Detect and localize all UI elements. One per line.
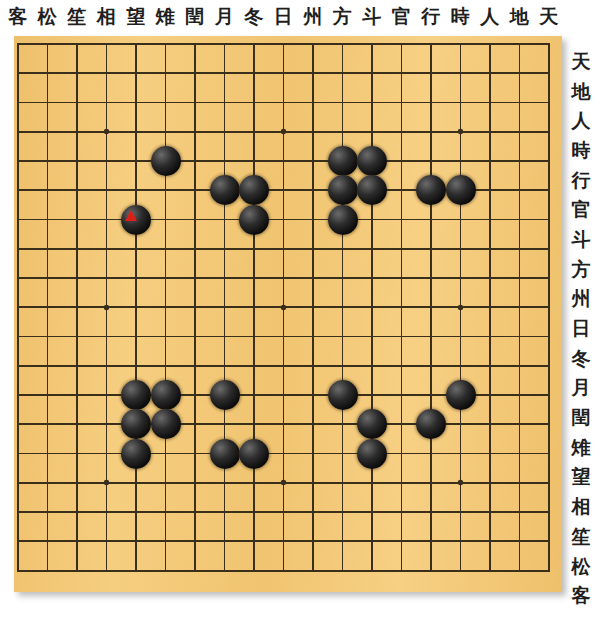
point-19-12[interactable] — [534, 351, 562, 380]
point-17-13[interactable] — [475, 380, 505, 409]
point-13-1[interactable] — [357, 36, 387, 59]
point-12-17[interactable] — [328, 497, 358, 526]
point-10-8[interactable] — [269, 234, 299, 263]
point-17-11[interactable] — [475, 322, 505, 351]
point-19-18[interactable] — [534, 527, 562, 556]
point-9-12[interactable] — [239, 351, 269, 380]
point-7-8[interactable] — [180, 234, 210, 263]
point-19-2[interactable] — [534, 59, 562, 88]
point-7-3[interactable] — [180, 88, 210, 117]
point-2-6[interactable] — [33, 176, 63, 205]
point-12-5[interactable] — [328, 146, 358, 175]
black-stone[interactable] — [416, 409, 446, 439]
point-18-9[interactable] — [505, 263, 535, 292]
point-9-10[interactable] — [239, 293, 269, 322]
point-8-18[interactable] — [210, 527, 240, 556]
point-4-3[interactable] — [92, 88, 122, 117]
black-stone[interactable] — [357, 409, 387, 439]
point-5-4[interactable] — [121, 117, 151, 146]
point-12-7[interactable] — [328, 205, 358, 234]
point-13-4[interactable] — [357, 117, 387, 146]
black-stone[interactable] — [151, 380, 181, 410]
point-18-17[interactable] — [505, 497, 535, 526]
point-16-6[interactable] — [446, 176, 476, 205]
point-14-6[interactable] — [387, 176, 417, 205]
point-17-16[interactable] — [475, 468, 505, 497]
point-5-19[interactable] — [121, 556, 151, 585]
point-19-19[interactable] — [534, 556, 562, 585]
point-15-14[interactable] — [416, 410, 446, 439]
point-16-4[interactable] — [446, 117, 476, 146]
point-7-5[interactable] — [180, 146, 210, 175]
point-2-5[interactable] — [33, 146, 63, 175]
point-15-5[interactable] — [416, 146, 446, 175]
point-2-12[interactable] — [33, 351, 63, 380]
point-1-2[interactable] — [14, 59, 33, 88]
point-9-16[interactable] — [239, 468, 269, 497]
point-7-17[interactable] — [180, 497, 210, 526]
point-14-17[interactable] — [387, 497, 417, 526]
point-8-2[interactable] — [210, 59, 240, 88]
point-16-13[interactable] — [446, 380, 476, 409]
point-4-12[interactable] — [92, 351, 122, 380]
black-stone[interactable] — [121, 439, 151, 469]
point-3-13[interactable] — [62, 380, 92, 409]
point-17-1[interactable] — [475, 36, 505, 59]
point-10-4[interactable] — [269, 117, 299, 146]
black-stone[interactable] — [328, 146, 358, 176]
point-12-15[interactable] — [328, 439, 358, 468]
point-19-9[interactable] — [534, 263, 562, 292]
point-7-12[interactable] — [180, 351, 210, 380]
point-9-2[interactable] — [239, 59, 269, 88]
point-18-5[interactable] — [505, 146, 535, 175]
point-12-4[interactable] — [328, 117, 358, 146]
point-15-15[interactable] — [416, 439, 446, 468]
point-16-19[interactable] — [446, 556, 476, 585]
point-18-2[interactable] — [505, 59, 535, 88]
point-13-2[interactable] — [357, 59, 387, 88]
point-4-5[interactable] — [92, 146, 122, 175]
point-5-6[interactable] — [121, 176, 151, 205]
point-1-5[interactable] — [14, 146, 33, 175]
point-10-17[interactable] — [269, 497, 299, 526]
point-8-10[interactable] — [210, 293, 240, 322]
point-8-3[interactable] — [210, 88, 240, 117]
point-17-19[interactable] — [475, 556, 505, 585]
point-9-5[interactable] — [239, 146, 269, 175]
point-9-1[interactable] — [239, 36, 269, 59]
point-9-15[interactable] — [239, 439, 269, 468]
point-6-18[interactable] — [151, 527, 181, 556]
point-5-5[interactable] — [121, 146, 151, 175]
point-12-6[interactable] — [328, 176, 358, 205]
black-stone[interactable] — [328, 380, 358, 410]
point-5-13[interactable] — [121, 380, 151, 409]
point-8-15[interactable] — [210, 439, 240, 468]
point-3-12[interactable] — [62, 351, 92, 380]
point-19-8[interactable] — [534, 234, 562, 263]
point-3-2[interactable] — [62, 59, 92, 88]
point-4-19[interactable] — [92, 556, 122, 585]
point-15-10[interactable] — [416, 293, 446, 322]
point-1-3[interactable] — [14, 88, 33, 117]
point-18-3[interactable] — [505, 88, 535, 117]
point-19-10[interactable] — [534, 293, 562, 322]
point-11-13[interactable] — [298, 380, 328, 409]
point-11-12[interactable] — [298, 351, 328, 380]
point-10-2[interactable] — [269, 59, 299, 88]
point-1-8[interactable] — [14, 234, 33, 263]
point-9-6[interactable] — [239, 176, 269, 205]
point-15-11[interactable] — [416, 322, 446, 351]
point-3-1[interactable] — [62, 36, 92, 59]
point-5-15[interactable] — [121, 439, 151, 468]
point-16-12[interactable] — [446, 351, 476, 380]
point-18-19[interactable] — [505, 556, 535, 585]
point-14-13[interactable] — [387, 380, 417, 409]
point-16-16[interactable] — [446, 468, 476, 497]
point-18-7[interactable] — [505, 205, 535, 234]
point-19-16[interactable] — [534, 468, 562, 497]
point-4-6[interactable] — [92, 176, 122, 205]
point-12-3[interactable] — [328, 88, 358, 117]
point-2-14[interactable] — [33, 410, 63, 439]
point-1-15[interactable] — [14, 439, 33, 468]
point-15-12[interactable] — [416, 351, 446, 380]
point-4-8[interactable] — [92, 234, 122, 263]
point-1-18[interactable] — [14, 527, 33, 556]
point-3-18[interactable] — [62, 527, 92, 556]
point-2-8[interactable] — [33, 234, 63, 263]
point-3-14[interactable] — [62, 410, 92, 439]
point-6-17[interactable] — [151, 497, 181, 526]
point-13-6[interactable] — [357, 176, 387, 205]
point-8-13[interactable] — [210, 380, 240, 409]
point-6-2[interactable] — [151, 59, 181, 88]
point-1-12[interactable] — [14, 351, 33, 380]
point-13-10[interactable] — [357, 293, 387, 322]
point-4-9[interactable] — [92, 263, 122, 292]
point-17-4[interactable] — [475, 117, 505, 146]
point-17-6[interactable] — [475, 176, 505, 205]
point-6-19[interactable] — [151, 556, 181, 585]
point-1-7[interactable] — [14, 205, 33, 234]
point-6-10[interactable] — [151, 293, 181, 322]
point-16-3[interactable] — [446, 88, 476, 117]
point-16-14[interactable] — [446, 410, 476, 439]
point-8-16[interactable] — [210, 468, 240, 497]
point-11-10[interactable] — [298, 293, 328, 322]
point-2-16[interactable] — [33, 468, 63, 497]
point-1-13[interactable] — [14, 380, 33, 409]
point-11-9[interactable] — [298, 263, 328, 292]
point-11-8[interactable] — [298, 234, 328, 263]
point-3-5[interactable] — [62, 146, 92, 175]
black-stone[interactable] — [121, 380, 151, 410]
point-9-4[interactable] — [239, 117, 269, 146]
black-stone[interactable] — [446, 380, 476, 410]
point-19-13[interactable] — [534, 380, 562, 409]
point-4-14[interactable] — [92, 410, 122, 439]
point-18-6[interactable] — [505, 176, 535, 205]
point-17-5[interactable] — [475, 146, 505, 175]
point-14-19[interactable] — [387, 556, 417, 585]
point-8-17[interactable] — [210, 497, 240, 526]
point-12-10[interactable] — [328, 293, 358, 322]
point-4-15[interactable] — [92, 439, 122, 468]
point-7-6[interactable] — [180, 176, 210, 205]
point-12-1[interactable] — [328, 36, 358, 59]
point-7-10[interactable] — [180, 293, 210, 322]
point-15-1[interactable] — [416, 36, 446, 59]
point-2-17[interactable] — [33, 497, 63, 526]
point-2-2[interactable] — [33, 59, 63, 88]
point-7-15[interactable] — [180, 439, 210, 468]
point-8-5[interactable] — [210, 146, 240, 175]
point-4-7[interactable] — [92, 205, 122, 234]
point-12-19[interactable] — [328, 556, 358, 585]
point-18-8[interactable] — [505, 234, 535, 263]
point-2-11[interactable] — [33, 322, 63, 351]
black-stone[interactable] — [416, 175, 446, 205]
point-1-10[interactable] — [14, 293, 33, 322]
point-17-18[interactable] — [475, 527, 505, 556]
point-4-18[interactable] — [92, 527, 122, 556]
point-8-6[interactable] — [210, 176, 240, 205]
point-12-9[interactable] — [328, 263, 358, 292]
point-6-12[interactable] — [151, 351, 181, 380]
point-11-6[interactable] — [298, 176, 328, 205]
point-12-18[interactable] — [328, 527, 358, 556]
point-19-17[interactable] — [534, 497, 562, 526]
point-15-6[interactable] — [416, 176, 446, 205]
point-13-18[interactable] — [357, 527, 387, 556]
point-18-12[interactable] — [505, 351, 535, 380]
point-11-19[interactable] — [298, 556, 328, 585]
point-16-7[interactable] — [446, 205, 476, 234]
point-6-4[interactable] — [151, 117, 181, 146]
point-8-9[interactable] — [210, 263, 240, 292]
point-8-14[interactable] — [210, 410, 240, 439]
point-16-15[interactable] — [446, 439, 476, 468]
point-18-11[interactable] — [505, 322, 535, 351]
point-11-11[interactable] — [298, 322, 328, 351]
point-6-11[interactable] — [151, 322, 181, 351]
point-10-12[interactable] — [269, 351, 299, 380]
point-6-8[interactable] — [151, 234, 181, 263]
point-11-17[interactable] — [298, 497, 328, 526]
point-2-19[interactable] — [33, 556, 63, 585]
point-13-13[interactable] — [357, 380, 387, 409]
point-14-7[interactable] — [387, 205, 417, 234]
point-13-17[interactable] — [357, 497, 387, 526]
black-stone[interactable] — [328, 175, 358, 205]
point-2-13[interactable] — [33, 380, 63, 409]
point-5-16[interactable] — [121, 468, 151, 497]
point-2-10[interactable] — [33, 293, 63, 322]
point-14-1[interactable] — [387, 36, 417, 59]
point-13-7[interactable] — [357, 205, 387, 234]
point-5-14[interactable] — [121, 410, 151, 439]
point-6-15[interactable] — [151, 439, 181, 468]
point-14-8[interactable] — [387, 234, 417, 263]
point-17-7[interactable] — [475, 205, 505, 234]
black-stone[interactable] — [328, 205, 358, 235]
point-6-9[interactable] — [151, 263, 181, 292]
point-8-4[interactable] — [210, 117, 240, 146]
point-7-11[interactable] — [180, 322, 210, 351]
point-1-16[interactable] — [14, 468, 33, 497]
point-5-18[interactable] — [121, 527, 151, 556]
point-12-11[interactable] — [328, 322, 358, 351]
point-19-11[interactable] — [534, 322, 562, 351]
point-16-8[interactable] — [446, 234, 476, 263]
point-18-16[interactable] — [505, 468, 535, 497]
point-6-13[interactable] — [151, 380, 181, 409]
point-11-3[interactable] — [298, 88, 328, 117]
black-stone[interactable] — [210, 439, 240, 469]
point-16-10[interactable] — [446, 293, 476, 322]
point-15-19[interactable] — [416, 556, 446, 585]
point-16-11[interactable] — [446, 322, 476, 351]
point-5-3[interactable] — [121, 88, 151, 117]
point-11-2[interactable] — [298, 59, 328, 88]
point-10-10[interactable] — [269, 293, 299, 322]
black-stone[interactable] — [121, 409, 151, 439]
point-8-19[interactable] — [210, 556, 240, 585]
point-17-12[interactable] — [475, 351, 505, 380]
point-3-9[interactable] — [62, 263, 92, 292]
point-13-3[interactable] — [357, 88, 387, 117]
point-19-3[interactable] — [534, 88, 562, 117]
point-9-3[interactable] — [239, 88, 269, 117]
black-stone[interactable] — [357, 175, 387, 205]
black-stone[interactable] — [446, 175, 476, 205]
point-13-12[interactable] — [357, 351, 387, 380]
point-9-13[interactable] — [239, 380, 269, 409]
point-11-14[interactable] — [298, 410, 328, 439]
point-5-9[interactable] — [121, 263, 151, 292]
point-12-16[interactable] — [328, 468, 358, 497]
point-15-9[interactable] — [416, 263, 446, 292]
black-stone[interactable] — [121, 205, 151, 235]
point-19-14[interactable] — [534, 410, 562, 439]
point-8-8[interactable] — [210, 234, 240, 263]
point-11-4[interactable] — [298, 117, 328, 146]
point-19-15[interactable] — [534, 439, 562, 468]
point-6-3[interactable] — [151, 88, 181, 117]
point-13-8[interactable] — [357, 234, 387, 263]
point-1-14[interactable] — [14, 410, 33, 439]
point-11-1[interactable] — [298, 36, 328, 59]
point-5-7[interactable] — [121, 205, 151, 234]
point-14-11[interactable] — [387, 322, 417, 351]
point-17-3[interactable] — [475, 88, 505, 117]
point-1-19[interactable] — [14, 556, 33, 585]
point-15-8[interactable] — [416, 234, 446, 263]
point-12-13[interactable] — [328, 380, 358, 409]
point-19-5[interactable] — [534, 146, 562, 175]
point-5-17[interactable] — [121, 497, 151, 526]
point-12-8[interactable] — [328, 234, 358, 263]
point-14-5[interactable] — [387, 146, 417, 175]
point-7-7[interactable] — [180, 205, 210, 234]
point-3-4[interactable] — [62, 117, 92, 146]
point-18-1[interactable] — [505, 36, 535, 59]
point-4-1[interactable] — [92, 36, 122, 59]
point-17-17[interactable] — [475, 497, 505, 526]
point-3-17[interactable] — [62, 497, 92, 526]
point-4-11[interactable] — [92, 322, 122, 351]
point-10-19[interactable] — [269, 556, 299, 585]
point-10-13[interactable] — [269, 380, 299, 409]
point-7-13[interactable] — [180, 380, 210, 409]
point-5-12[interactable] — [121, 351, 151, 380]
point-5-8[interactable] — [121, 234, 151, 263]
point-7-14[interactable] — [180, 410, 210, 439]
point-3-11[interactable] — [62, 322, 92, 351]
point-18-18[interactable] — [505, 527, 535, 556]
point-8-7[interactable] — [210, 205, 240, 234]
point-15-13[interactable] — [416, 380, 446, 409]
point-15-4[interactable] — [416, 117, 446, 146]
point-11-18[interactable] — [298, 527, 328, 556]
point-17-14[interactable] — [475, 410, 505, 439]
point-7-18[interactable] — [180, 527, 210, 556]
point-16-2[interactable] — [446, 59, 476, 88]
point-10-9[interactable] — [269, 263, 299, 292]
point-10-1[interactable] — [269, 36, 299, 59]
point-2-4[interactable] — [33, 117, 63, 146]
point-1-6[interactable] — [14, 176, 33, 205]
point-14-18[interactable] — [387, 527, 417, 556]
point-7-2[interactable] — [180, 59, 210, 88]
point-16-18[interactable] — [446, 527, 476, 556]
point-12-14[interactable] — [328, 410, 358, 439]
point-5-10[interactable] — [121, 293, 151, 322]
point-19-7[interactable] — [534, 205, 562, 234]
point-4-17[interactable] — [92, 497, 122, 526]
point-12-2[interactable] — [328, 59, 358, 88]
point-13-19[interactable] — [357, 556, 387, 585]
point-15-7[interactable] — [416, 205, 446, 234]
point-3-6[interactable] — [62, 176, 92, 205]
point-15-3[interactable] — [416, 88, 446, 117]
point-16-1[interactable] — [446, 36, 476, 59]
point-13-9[interactable] — [357, 263, 387, 292]
point-10-14[interactable] — [269, 410, 299, 439]
point-10-6[interactable] — [269, 176, 299, 205]
point-16-5[interactable] — [446, 146, 476, 175]
point-5-1[interactable] — [121, 36, 151, 59]
point-6-16[interactable] — [151, 468, 181, 497]
point-6-6[interactable] — [151, 176, 181, 205]
point-14-16[interactable] — [387, 468, 417, 497]
point-13-14[interactable] — [357, 410, 387, 439]
point-8-11[interactable] — [210, 322, 240, 351]
point-19-1[interactable] — [534, 36, 562, 59]
point-13-5[interactable] — [357, 146, 387, 175]
black-stone[interactable] — [210, 380, 240, 410]
point-3-3[interactable] — [62, 88, 92, 117]
point-13-15[interactable] — [357, 439, 387, 468]
point-2-3[interactable] — [33, 88, 63, 117]
point-11-5[interactable] — [298, 146, 328, 175]
point-14-2[interactable] — [387, 59, 417, 88]
point-6-1[interactable] — [151, 36, 181, 59]
point-4-16[interactable] — [92, 468, 122, 497]
